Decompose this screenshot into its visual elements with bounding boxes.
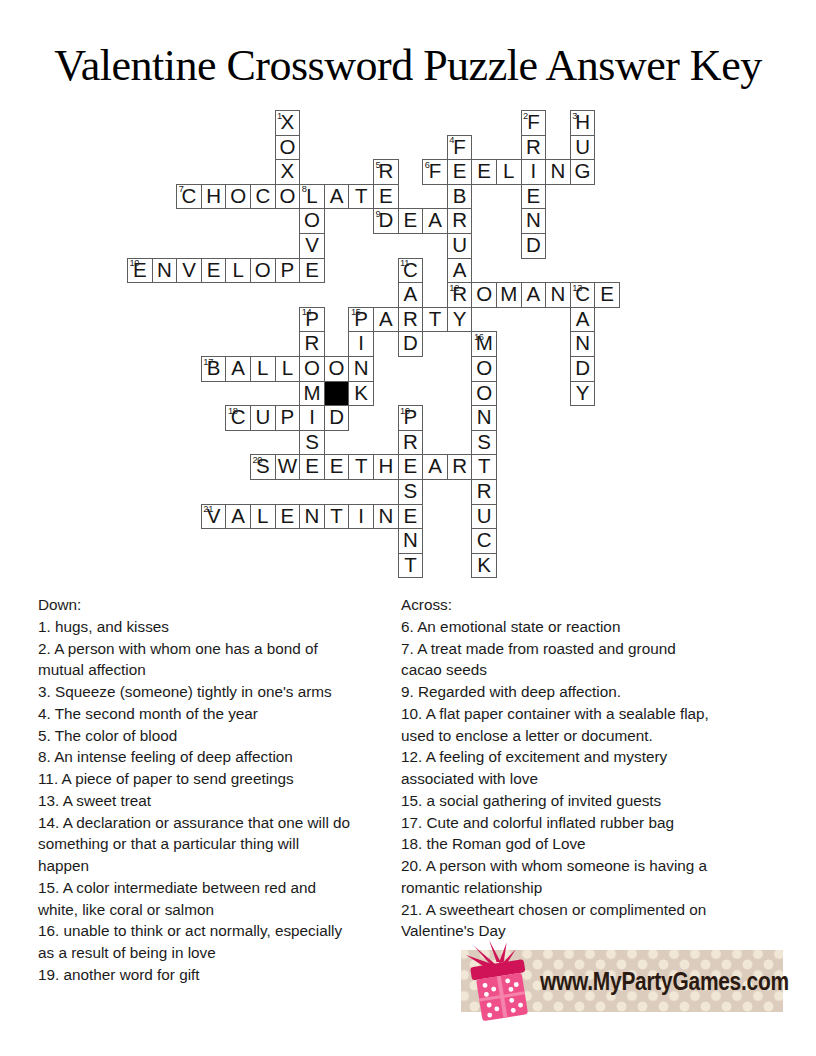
cell-8-11: R xyxy=(398,307,424,333)
cell-15-14: R xyxy=(471,479,497,505)
cell-letter: L xyxy=(257,506,268,527)
cell-letter: H xyxy=(206,186,221,207)
cell-letter: O xyxy=(255,260,271,281)
clue-number: 5 xyxy=(376,161,381,170)
cell-letter: O xyxy=(476,358,492,379)
cell-6-4: L xyxy=(225,258,251,284)
cell-letter: R xyxy=(403,309,418,330)
clue-number: 6 xyxy=(425,161,430,170)
cell-4-11: E xyxy=(398,208,424,234)
down-clues-section: Down: 1. hugs, and kisses2. A person wit… xyxy=(38,594,388,986)
across-clue-1: 6. An emotional state or reaction xyxy=(401,616,773,638)
cell-6-7: E xyxy=(299,258,325,284)
cell-letter: E xyxy=(207,260,221,281)
cell-letter: A xyxy=(428,456,442,477)
cell-letter: E xyxy=(330,456,344,477)
page-title: Valentine Crossword Puzzle Answer Key xyxy=(0,40,816,91)
cell-4-16: N xyxy=(521,208,547,234)
cell-10-18: D xyxy=(570,356,596,382)
clue-number: 13 xyxy=(572,284,582,293)
cell-0-16: 2F xyxy=(521,110,547,136)
cell-letter: E xyxy=(527,186,541,207)
crossword-grid: 1X2F3HO4FRUX5R6FEELING7CHOCO8LATEBEO9DEA… xyxy=(127,110,619,578)
cell-3-4: O xyxy=(225,184,251,210)
cell-12-6: P xyxy=(275,405,301,431)
cell-letter: E xyxy=(281,506,295,527)
cell-10-8: O xyxy=(324,356,350,382)
cell-16-7: N xyxy=(299,504,325,530)
cell-4-13: R xyxy=(447,208,473,234)
cell-letter: W xyxy=(278,456,297,477)
cell-letter: O xyxy=(329,358,345,379)
clue-number: 17 xyxy=(203,358,213,367)
cell-3-3: H xyxy=(201,184,227,210)
down-clue-5: 5. The color of blood xyxy=(38,725,388,747)
cell-letter: F xyxy=(429,161,442,182)
cell-letter: S xyxy=(404,481,418,502)
cell-3-13: B xyxy=(447,184,473,210)
cell-16-8: T xyxy=(324,504,350,530)
cell-2-18: G xyxy=(570,159,596,185)
cell-2-6: X xyxy=(275,159,301,185)
cell-letter: K xyxy=(354,383,368,404)
cell-1-13: 4F xyxy=(447,135,473,161)
cell-letter: L xyxy=(282,358,293,379)
down-header: Down: xyxy=(38,594,388,616)
cell-18-14: K xyxy=(471,553,497,579)
cell-letter: I xyxy=(309,407,315,428)
cell-letter: I xyxy=(531,161,537,182)
cell-3-5: C xyxy=(250,184,276,210)
cell-14-9: T xyxy=(348,454,374,480)
cell-letter: O xyxy=(279,186,295,207)
cell-letter: T xyxy=(478,456,491,477)
cell-letter: L xyxy=(306,186,317,207)
cell-letter: E xyxy=(404,210,418,231)
cell-16-5: L xyxy=(250,504,276,530)
cell-letter: R xyxy=(305,333,320,354)
cell-letter: N xyxy=(526,210,541,231)
cell-letter: T xyxy=(404,555,417,576)
cell-letter: A xyxy=(231,506,245,527)
cell-9-11: D xyxy=(398,331,424,357)
cell-letter: U xyxy=(575,137,590,158)
cell-letter: X xyxy=(281,112,295,133)
cell-14-13: R xyxy=(447,454,473,480)
cell-letter: O xyxy=(476,284,492,305)
clue-number: 16 xyxy=(474,333,484,342)
cell-13-14: S xyxy=(471,430,497,456)
cell-13-7: S xyxy=(299,430,325,456)
cell-11-18: Y xyxy=(570,381,596,407)
cell-16-14: U xyxy=(471,504,497,530)
cell-3-10: E xyxy=(373,184,399,210)
across-clue-8: 18. the Roman god of Love xyxy=(401,833,773,855)
cell-7-13: 12R xyxy=(447,282,473,308)
cell-letter: R xyxy=(403,432,418,453)
cell-3-6: O xyxy=(275,184,301,210)
clue-number: 20 xyxy=(253,456,263,465)
cell-12-5: U xyxy=(250,405,276,431)
cell-letter: U xyxy=(452,235,467,256)
clue-number: 1 xyxy=(277,112,282,121)
cell-10-9: N xyxy=(348,356,374,382)
cell-9-7: R xyxy=(299,331,325,357)
cell-8-7: 14P xyxy=(299,307,325,333)
cell-12-11: 19P xyxy=(398,405,424,431)
cell-12-7: I xyxy=(299,405,325,431)
cell-letter: N xyxy=(575,333,590,354)
cell-letter: E xyxy=(404,456,418,477)
clue-number: 9 xyxy=(376,210,381,219)
cell-letter: A xyxy=(404,284,418,305)
cell-2-10: 5R xyxy=(373,159,399,185)
cell-letter: N xyxy=(551,161,566,182)
cell-letter: D xyxy=(329,407,344,428)
cell-letter: E xyxy=(379,186,393,207)
cell-14-6: W xyxy=(275,454,301,480)
clue-number: 4 xyxy=(449,136,454,145)
cell-10-6: L xyxy=(275,356,301,382)
cell-letter: L xyxy=(503,161,514,182)
gift-icon xyxy=(464,938,538,1022)
down-clue-2: 2. A person with whom one has a bond of … xyxy=(38,638,388,682)
clue-number: 7 xyxy=(179,185,184,194)
cell-14-10: H xyxy=(373,454,399,480)
cell-6-1: N xyxy=(152,258,178,284)
cell-letter: O xyxy=(476,383,492,404)
cell-2-15: L xyxy=(496,159,522,185)
cell-letter: C xyxy=(477,530,492,551)
cell-letter: N xyxy=(378,506,393,527)
cell-letter: N xyxy=(477,407,492,428)
down-clue-8: 13. A sweet treat xyxy=(38,790,388,812)
cell-11-8 xyxy=(324,381,350,407)
cell-2-16: I xyxy=(521,159,547,185)
cell-10-4: A xyxy=(225,356,251,382)
clue-number: 8 xyxy=(302,185,307,194)
cell-letter: H xyxy=(378,456,393,477)
down-clue-9: 14. A declaration or assurance that one … xyxy=(38,812,388,877)
cell-letter: T xyxy=(355,456,368,477)
cell-letter: O xyxy=(230,186,246,207)
cell-3-7: 8L xyxy=(299,184,325,210)
cell-letter: H xyxy=(575,112,590,133)
cell-letter: N xyxy=(403,530,418,551)
cell-16-4: A xyxy=(225,504,251,530)
cell-letter: S xyxy=(477,432,491,453)
clue-number: 11 xyxy=(400,259,409,268)
clue-number: 10 xyxy=(130,259,140,268)
cell-letter: E xyxy=(600,284,614,305)
cell-12-4: 18C xyxy=(225,405,251,431)
cell-letter: C xyxy=(255,186,270,207)
cell-7-14: O xyxy=(471,282,497,308)
cell-letter: A xyxy=(428,210,442,231)
cell-12-14: N xyxy=(471,405,497,431)
down-clue-11: 16. unable to think or act normally, esp… xyxy=(38,920,388,964)
cell-7-18: 13C xyxy=(570,282,596,308)
clue-number: 15 xyxy=(351,308,361,317)
cell-10-14: O xyxy=(471,356,497,382)
cell-letter: A xyxy=(330,186,344,207)
cell-letter: E xyxy=(477,161,491,182)
cell-letter: L xyxy=(257,358,268,379)
cell-letter: O xyxy=(304,210,320,231)
cell-9-18: N xyxy=(570,331,596,357)
cell-letter: F xyxy=(453,137,466,158)
cell-14-14: T xyxy=(471,454,497,480)
cell-letter: O xyxy=(304,358,320,379)
cell-6-3: E xyxy=(201,258,227,284)
cell-8-13: Y xyxy=(447,307,473,333)
cell-10-3: 17B xyxy=(201,356,227,382)
cell-7-15: M xyxy=(496,282,522,308)
cell-17-11: N xyxy=(398,528,424,554)
cell-14-7: E xyxy=(299,454,325,480)
down-clue-4: 4. The second month of the year xyxy=(38,703,388,725)
cell-11-14: O xyxy=(471,381,497,407)
cell-letter: M xyxy=(303,383,320,404)
cell-letter: E xyxy=(305,260,319,281)
footer-banner: www.MyPartyGames.com xyxy=(461,950,783,1012)
cell-7-16: A xyxy=(521,282,547,308)
cell-5-7: V xyxy=(299,233,325,259)
cell-letter: I xyxy=(358,506,364,527)
cell-letter: R xyxy=(452,210,467,231)
cell-letter: Y xyxy=(453,309,467,330)
cell-letter: U xyxy=(477,506,492,527)
cell-4-10: 9D xyxy=(373,208,399,234)
down-clue-12: 19. another word for gift xyxy=(38,964,388,986)
cell-6-13: A xyxy=(447,258,473,284)
cell-letter: P xyxy=(281,260,295,281)
cell-2-14: E xyxy=(471,159,497,185)
cell-letter: G xyxy=(575,161,591,182)
clue-number: 21 xyxy=(203,505,213,514)
cell-letter: C xyxy=(182,186,197,207)
across-clue-3: 9. Regarded with deep affection. xyxy=(401,681,773,703)
cell-9-9: I xyxy=(348,331,374,357)
cell-12-8: D xyxy=(324,405,350,431)
cell-letter: A xyxy=(231,358,245,379)
cell-6-11: 11C xyxy=(398,258,424,284)
cell-letter: N xyxy=(305,506,320,527)
cell-letter: D xyxy=(403,333,418,354)
cell-7-11: A xyxy=(398,282,424,308)
cell-letter: P xyxy=(281,407,295,428)
cell-15-11: S xyxy=(398,479,424,505)
cell-1-16: R xyxy=(521,135,547,161)
down-clue-1: 1. hugs, and kisses xyxy=(38,616,388,638)
cell-letter: E xyxy=(404,506,418,527)
cell-10-7: O xyxy=(299,356,325,382)
clue-number: 18 xyxy=(228,407,238,416)
across-clue-10: 21. A sweetheart chosen or complimented … xyxy=(401,899,773,943)
cell-letter: T xyxy=(330,506,343,527)
cell-letter: T xyxy=(429,309,442,330)
clue-number: 3 xyxy=(572,112,577,121)
cell-letter: A xyxy=(527,284,541,305)
cell-2-12: 6F xyxy=(422,159,448,185)
cell-7-17: N xyxy=(545,282,571,308)
cell-5-16: D xyxy=(521,233,547,259)
cell-letter: D xyxy=(575,358,590,379)
cell-16-10: N xyxy=(373,504,399,530)
clue-number: 12 xyxy=(449,284,459,293)
cell-letter: O xyxy=(279,137,295,158)
cell-letter: X xyxy=(281,161,295,182)
cell-letter: T xyxy=(355,186,368,207)
across-clue-7: 17. Cute and colorful inflated rubber ba… xyxy=(401,812,773,834)
cell-3-2: 7C xyxy=(176,184,202,210)
cell-letter: B xyxy=(453,186,467,207)
cell-13-11: R xyxy=(398,430,424,456)
cell-letter: V xyxy=(305,235,319,256)
across-clue-6: 15. a social gathering of invited guests xyxy=(401,790,773,812)
down-clues-list: 1. hugs, and kisses2. A person with whom… xyxy=(38,616,388,986)
cell-letter: D xyxy=(378,210,393,231)
cell-1-6: O xyxy=(275,135,301,161)
cell-3-16: E xyxy=(521,184,547,210)
cell-letter: N xyxy=(157,260,172,281)
down-clue-10: 15. A color intermediate between red and… xyxy=(38,877,388,921)
across-clue-9: 20. A person with whom someone is having… xyxy=(401,855,773,899)
cell-8-12: T xyxy=(422,307,448,333)
cell-11-7: M xyxy=(299,381,325,407)
clue-number: 14 xyxy=(302,308,312,317)
cell-2-13: E xyxy=(447,159,473,185)
cell-16-9: I xyxy=(348,504,374,530)
cell-8-9: 15P xyxy=(348,307,374,333)
across-clue-5: 12. A feeling of excitement and mystery … xyxy=(401,746,773,790)
across-clue-2: 7. A treat made from roasted and ground … xyxy=(401,638,773,682)
cell-9-14: 16M xyxy=(471,331,497,357)
down-clue-6: 8. An intense feeling of deep affection xyxy=(38,746,388,768)
cell-letter: E xyxy=(305,456,319,477)
cell-8-10: A xyxy=(373,307,399,333)
cell-letter: N xyxy=(551,284,566,305)
page: Valentine Crossword Puzzle Answer Key 1X… xyxy=(0,0,816,1056)
across-clues-list: 6. An emotional state or reaction7. A tr… xyxy=(401,616,773,942)
cell-8-18: A xyxy=(570,307,596,333)
cell-6-0: 10E xyxy=(127,258,153,284)
cell-14-8: E xyxy=(324,454,350,480)
cell-17-14: C xyxy=(471,528,497,554)
cell-letter: R xyxy=(378,161,393,182)
cell-0-18: 3H xyxy=(570,110,596,136)
cell-4-7: O xyxy=(299,208,325,234)
cell-5-13: U xyxy=(447,233,473,259)
cell-letter: A xyxy=(576,309,590,330)
cell-14-5: 20S xyxy=(250,454,276,480)
cell-6-5: O xyxy=(250,258,276,284)
down-clue-7: 11. A piece of paper to send greetings xyxy=(38,768,388,790)
cell-letter: N xyxy=(354,358,369,379)
clue-number: 2 xyxy=(523,112,528,121)
clue-number: 19 xyxy=(400,407,410,416)
cell-letter: V xyxy=(182,260,196,281)
down-clue-3: 3. Squeeze (someone) tightly in one's ar… xyxy=(38,681,388,703)
cell-letter: F xyxy=(527,112,540,133)
cell-letter: I xyxy=(358,333,364,354)
cell-3-9: T xyxy=(348,184,374,210)
cell-10-5: L xyxy=(250,356,276,382)
cell-letter: K xyxy=(477,555,491,576)
cell-4-12: A xyxy=(422,208,448,234)
cell-letter: M xyxy=(500,284,517,305)
cell-letter: Y xyxy=(576,383,590,404)
cell-18-11: T xyxy=(398,553,424,579)
site-url: www.MyPartyGames.com xyxy=(540,967,789,996)
cell-0-6: 1X xyxy=(275,110,301,136)
cell-letter: R xyxy=(526,137,541,158)
across-header: Across: xyxy=(401,594,773,616)
cell-letter: E xyxy=(453,161,467,182)
cell-3-8: A xyxy=(324,184,350,210)
cell-16-3: 21V xyxy=(201,504,227,530)
cell-2-17: N xyxy=(545,159,571,185)
cell-letter: R xyxy=(452,456,467,477)
cell-letter: A xyxy=(453,260,467,281)
cell-16-6: E xyxy=(275,504,301,530)
cell-14-11: E xyxy=(398,454,424,480)
cell-6-2: V xyxy=(176,258,202,284)
cell-letter: U xyxy=(255,407,270,428)
cell-7-19: E xyxy=(594,282,620,308)
across-clues-section: Across: 6. An emotional state or reactio… xyxy=(401,594,773,942)
cell-letter: A xyxy=(379,309,393,330)
cell-16-11: E xyxy=(398,504,424,530)
across-clue-4: 10. A flat paper container with a sealab… xyxy=(401,703,773,747)
cell-letter: D xyxy=(526,235,541,256)
cell-letter: L xyxy=(232,260,243,281)
cell-1-18: U xyxy=(570,135,596,161)
cell-6-6: P xyxy=(275,258,301,284)
cell-letter: R xyxy=(477,481,492,502)
cell-14-12: A xyxy=(422,454,448,480)
cell-letter: S xyxy=(305,432,319,453)
cell-11-9: K xyxy=(348,381,374,407)
